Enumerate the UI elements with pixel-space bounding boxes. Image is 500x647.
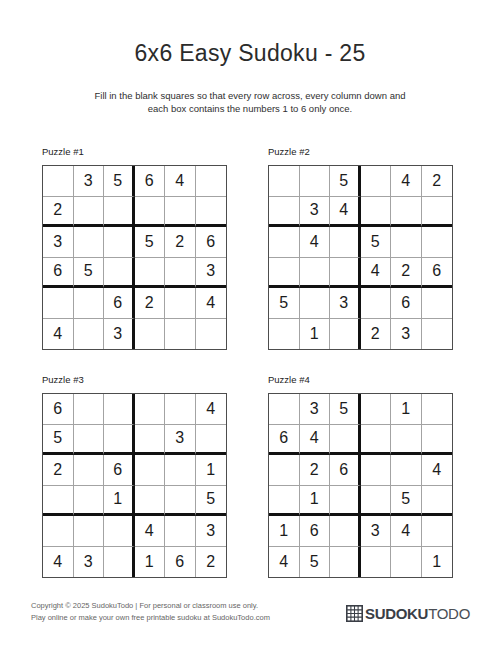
puzzle-4-cell-r5c3 (330, 516, 361, 547)
puzzle-1-cell-r2c1: 2 (43, 197, 74, 228)
puzzle-4-cell-r3c3: 6 (330, 455, 361, 486)
puzzle-3-cell-r4c6: 5 (196, 486, 227, 517)
puzzle-4-cell-r1c4 (361, 394, 392, 425)
puzzle-1-cell-r2c3 (104, 197, 135, 228)
puzzle-2-cell-r4c6: 6 (422, 258, 453, 289)
instructions-line1: Fill in the blank squares so that every … (94, 90, 405, 101)
puzzle-2-cell-r5c4 (361, 288, 392, 319)
puzzle-3-cell-r6c5: 6 (165, 547, 196, 578)
puzzle-2-cell-r1c5: 4 (391, 166, 422, 197)
puzzle-4-cell-r1c2: 3 (300, 394, 331, 425)
puzzle-2-cell-r3c1 (269, 227, 300, 258)
puzzle-3-cell-r1c1: 6 (43, 394, 74, 425)
puzzle-2-cell-r3c2: 4 (300, 227, 331, 258)
puzzle-4-cell-r2c1: 6 (269, 425, 300, 456)
puzzle-2-cell-r6c1 (269, 319, 300, 350)
puzzle-3-cell-r1c5 (165, 394, 196, 425)
puzzle-4-cell-r3c6: 4 (422, 455, 453, 486)
puzzle-1-cell-r5c6: 4 (196, 288, 227, 319)
puzzle-3-cell-r6c1: 4 (43, 547, 74, 578)
puzzle-3-cell-r3c4 (135, 455, 166, 486)
sudoku-grid-3: 6453261154343162 (42, 393, 227, 578)
puzzle-3-cell-r1c6: 4 (196, 394, 227, 425)
puzzle-3-cell-r4c4 (135, 486, 166, 517)
puzzle-2-cell-r3c4: 5 (361, 227, 392, 258)
puzzle-4-cell-r6c3 (330, 547, 361, 578)
puzzle-1-cell-r6c6 (196, 319, 227, 350)
puzzle-2-cell-r4c3 (330, 258, 361, 289)
puzzle-2-cell-r2c3: 4 (330, 197, 361, 228)
puzzle-3-cell-r1c2 (74, 394, 105, 425)
puzzle-4-cell-r2c5 (391, 425, 422, 456)
puzzle-1-cell-r2c4 (135, 197, 166, 228)
puzzle-2-cell-r2c5 (391, 197, 422, 228)
puzzle-4-cell-r5c1: 1 (269, 516, 300, 547)
puzzle-1-cell-r5c4: 2 (135, 288, 166, 319)
puzzle-4-cell-r4c5: 5 (391, 486, 422, 517)
puzzle-1-cell-r2c5 (165, 197, 196, 228)
puzzle-1-cell-r1c2: 3 (74, 166, 105, 197)
puzzle-2-cell-r1c2 (300, 166, 331, 197)
puzzle-1-cell-r3c3 (104, 227, 135, 258)
puzzle-2-cell-r4c4: 4 (361, 258, 392, 289)
puzzle-4-cell-r4c1 (269, 486, 300, 517)
puzzle-2-cell-r6c4: 2 (361, 319, 392, 350)
puzzle-3-cell-r3c3: 6 (104, 455, 135, 486)
puzzle-4-cell-r4c6 (422, 486, 453, 517)
puzzle-2-cell-r2c2: 3 (300, 197, 331, 228)
page-title: 6x6 Easy Sudoku - 25 (0, 40, 500, 67)
footer-copyright: Copyright © 2025 SudokuTodo | For person… (31, 600, 270, 623)
puzzle-2-cell-r5c3: 3 (330, 288, 361, 319)
puzzle-4-cell-r5c6 (422, 516, 453, 547)
puzzle-2-cell-r1c4 (361, 166, 392, 197)
puzzle-4-cell-r1c3: 5 (330, 394, 361, 425)
puzzle-3-cell-r4c1 (43, 486, 74, 517)
puzzle-3-cell-r4c3: 1 (104, 486, 135, 517)
puzzle-1-cell-r4c3 (104, 258, 135, 289)
puzzle-4-cell-r2c3 (330, 425, 361, 456)
puzzle-4-cell-r5c4: 3 (361, 516, 392, 547)
puzzle-3-cell-r3c1: 2 (43, 455, 74, 486)
puzzle-1-cell-r6c2 (74, 319, 105, 350)
puzzle-2-cell-r3c6 (422, 227, 453, 258)
sudoku-grid-1: 35642352665362443 (42, 165, 227, 350)
puzzle-2-cell-r3c5 (391, 227, 422, 258)
puzzle-2-cell-r1c3: 5 (330, 166, 361, 197)
puzzle-1-cell-r3c6: 6 (196, 227, 227, 258)
puzzle-4-cell-r3c1 (269, 455, 300, 486)
puzzle-3-cell-r5c1 (43, 516, 74, 547)
puzzle-3-cell-r5c5 (165, 516, 196, 547)
logo-text: SUDOKUTODO (365, 605, 470, 622)
puzzle-1-cell-r4c4 (135, 258, 166, 289)
puzzle-3-cell-r4c5 (165, 486, 196, 517)
puzzle-1-cell-r4c6: 3 (196, 258, 227, 289)
puzzle-1-label: Puzzle #1 (42, 146, 228, 159)
puzzle-4-cell-r2c4 (361, 425, 392, 456)
puzzle-1-cell-r5c3: 6 (104, 288, 135, 319)
puzzle-3-cell-r2c1: 5 (43, 425, 74, 456)
puzzle-3: Puzzle #3 6453261154343162 (42, 374, 228, 578)
puzzle-2-label: Puzzle #2 (268, 146, 454, 159)
puzzle-3-cell-r2c3 (104, 425, 135, 456)
puzzle-1-cell-r6c4 (135, 319, 166, 350)
puzzle-4-cell-r6c4 (361, 547, 392, 578)
puzzle-1-cell-r2c2 (74, 197, 105, 228)
puzzle-1-cell-r3c2 (74, 227, 105, 258)
puzzle-2-cell-r2c1 (269, 197, 300, 228)
puzzle-4: Puzzle #4 35164264151634451 (268, 374, 454, 578)
puzzle-4-cell-r6c6: 1 (422, 547, 453, 578)
puzzle-3-cell-r3c2 (74, 455, 105, 486)
puzzle-1-cell-r6c3: 3 (104, 319, 135, 350)
copyright-line2: Play online or make your own free printa… (31, 612, 270, 624)
puzzle-2-cell-r5c2 (300, 288, 331, 319)
puzzle-1: Puzzle #1 35642352665362443 (42, 146, 228, 350)
puzzle-4-cell-r6c1: 4 (269, 547, 300, 578)
puzzle-2-cell-r5c6 (422, 288, 453, 319)
puzzle-1-cell-r4c2: 5 (74, 258, 105, 289)
puzzle-4-cell-r2c2: 4 (300, 425, 331, 456)
puzzle-3-cell-r5c4: 4 (135, 516, 166, 547)
puzzle-2-cell-r4c1 (269, 258, 300, 289)
puzzle-2-cell-r6c6 (422, 319, 453, 350)
puzzle-3-cell-r3c5 (165, 455, 196, 486)
puzzle-2-cell-r5c5: 6 (391, 288, 422, 319)
puzzle-1-cell-r4c5 (165, 258, 196, 289)
puzzle-3-cell-r1c4 (135, 394, 166, 425)
puzzle-1-cell-r1c4: 6 (135, 166, 166, 197)
puzzle-2-cell-r6c3 (330, 319, 361, 350)
puzzle-3-cell-r1c3 (104, 394, 135, 425)
puzzle-4-label: Puzzle #4 (268, 374, 454, 387)
puzzle-1-cell-r3c5: 2 (165, 227, 196, 258)
puzzle-4-cell-r3c4 (361, 455, 392, 486)
puzzle-1-cell-r3c4: 5 (135, 227, 166, 258)
puzzle-4-cell-r2c6 (422, 425, 453, 456)
puzzle-1-cell-r4c1: 6 (43, 258, 74, 289)
puzzle-4-cell-r1c6 (422, 394, 453, 425)
puzzle-3-cell-r5c6: 3 (196, 516, 227, 547)
puzzle-2-cell-r5c1: 5 (269, 288, 300, 319)
puzzle-2: Puzzle #2 5423445426536123 (268, 146, 454, 350)
puzzle-2-cell-r6c5: 3 (391, 319, 422, 350)
puzzle-3-cell-r3c6: 1 (196, 455, 227, 486)
puzzle-1-cell-r1c1 (43, 166, 74, 197)
instructions-line2: each box contains the numbers 1 to 6 onl… (148, 103, 352, 114)
puzzle-2-cell-r2c6 (422, 197, 453, 228)
puzzle-4-cell-r4c4 (361, 486, 392, 517)
puzzle-1-cell-r6c1: 4 (43, 319, 74, 350)
puzzle-4-cell-r4c2: 1 (300, 486, 331, 517)
puzzle-1-cell-r1c3: 5 (104, 166, 135, 197)
puzzle-1-cell-r6c5 (165, 319, 196, 350)
puzzle-3-cell-r2c4 (135, 425, 166, 456)
puzzle-4-cell-r5c5: 4 (391, 516, 422, 547)
puzzle-3-cell-r6c6: 2 (196, 547, 227, 578)
sudokutodo-logo: SUDOKUTODO (346, 603, 470, 623)
puzzle-4-cell-r6c2: 5 (300, 547, 331, 578)
puzzle-3-cell-r2c2 (74, 425, 105, 456)
puzzle-2-cell-r1c1 (269, 166, 300, 197)
puzzle-3-cell-r5c2 (74, 516, 105, 547)
sudoku-grid-4: 35164264151634451 (268, 393, 453, 578)
puzzle-1-cell-r5c1 (43, 288, 74, 319)
puzzle-3-cell-r2c5: 3 (165, 425, 196, 456)
puzzle-2-cell-r1c6: 2 (422, 166, 453, 197)
puzzle-3-label: Puzzle #3 (42, 374, 228, 387)
puzzle-3-cell-r6c2: 3 (74, 547, 105, 578)
sudoku-grid-icon (346, 605, 363, 622)
puzzle-1-cell-r3c1: 3 (43, 227, 74, 258)
puzzle-4-cell-r5c2: 6 (300, 516, 331, 547)
sudoku-grid-2: 5423445426536123 (268, 165, 453, 350)
puzzle-3-cell-r4c2 (74, 486, 105, 517)
puzzle-1-cell-r2c6 (196, 197, 227, 228)
puzzle-3-cell-r2c6 (196, 425, 227, 456)
puzzle-2-cell-r3c3 (330, 227, 361, 258)
puzzle-4-cell-r3c5 (391, 455, 422, 486)
puzzle-2-cell-r4c2 (300, 258, 331, 289)
puzzle-2-cell-r6c2: 1 (300, 319, 331, 350)
puzzle-2-cell-r2c4 (361, 197, 392, 228)
puzzle-1-cell-r1c6 (196, 166, 227, 197)
puzzle-4-cell-r1c1 (269, 394, 300, 425)
puzzle-1-cell-r5c5 (165, 288, 196, 319)
logo-text-todo: TODO (428, 605, 470, 622)
puzzle-3-cell-r6c4: 1 (135, 547, 166, 578)
puzzle-2-cell-r4c5: 2 (391, 258, 422, 289)
puzzle-1-cell-r1c5: 4 (165, 166, 196, 197)
puzzle-4-cell-r4c3 (330, 486, 361, 517)
puzzle-3-cell-r5c3 (104, 516, 135, 547)
puzzle-4-cell-r1c5: 1 (391, 394, 422, 425)
puzzle-4-cell-r6c5 (391, 547, 422, 578)
puzzle-1-cell-r5c2 (74, 288, 105, 319)
puzzle-3-cell-r6c3 (104, 547, 135, 578)
instructions: Fill in the blank squares so that every … (0, 89, 500, 115)
puzzle-4-cell-r3c2: 2 (300, 455, 331, 486)
copyright-line1: Copyright © 2025 SudokuTodo | For person… (31, 600, 270, 612)
logo-text-sudoku: SUDOKU (365, 605, 428, 622)
